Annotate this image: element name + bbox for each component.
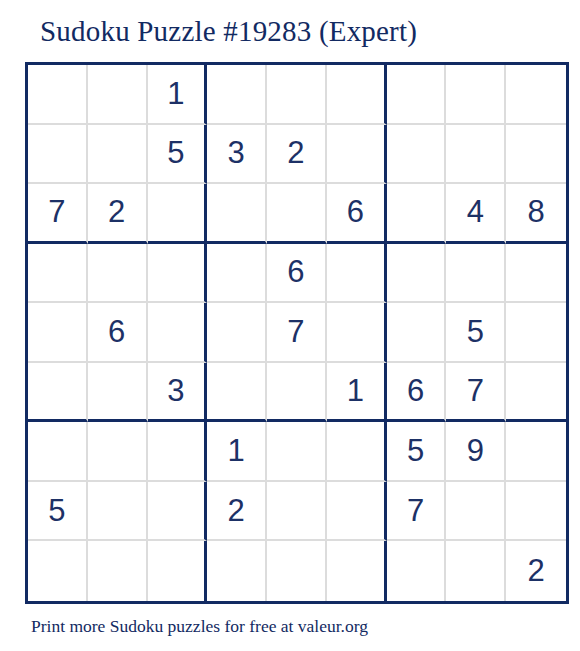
sudoku-cell-r3c8: 4	[446, 184, 506, 244]
sudoku-cell-r7c1	[28, 422, 88, 482]
sudoku-cell-r5c6	[327, 303, 387, 363]
sudoku-cell-r9c9: 2	[506, 541, 566, 601]
sudoku-cell-r7c2	[88, 422, 148, 482]
sudoku-cell-r6c5	[267, 363, 327, 423]
sudoku-cell-r6c2	[88, 363, 148, 423]
sudoku-cell-r8c4: 2	[207, 482, 267, 542]
sudoku-cell-r2c2	[88, 125, 148, 185]
sudoku-cell-r4c9	[506, 244, 566, 304]
sudoku-cell-r5c3	[148, 303, 208, 363]
sudoku-cell-r5c4	[207, 303, 267, 363]
sudoku-cell-r5c1	[28, 303, 88, 363]
sudoku-cell-r2c1	[28, 125, 88, 185]
sudoku-cell-r7c8: 9	[446, 422, 506, 482]
sudoku-cell-r9c1	[28, 541, 88, 601]
page-title: Sudoku Puzzle #19283 (Expert)	[40, 15, 417, 48]
sudoku-cell-r9c8	[446, 541, 506, 601]
sudoku-cell-r6c8: 7	[446, 363, 506, 423]
sudoku-cell-r8c3	[148, 482, 208, 542]
sudoku-cell-r6c7: 6	[387, 363, 447, 423]
sudoku-cell-r5c8: 5	[446, 303, 506, 363]
sudoku-cell-r9c2	[88, 541, 148, 601]
sudoku-cell-r2c5: 2	[267, 125, 327, 185]
sudoku-cell-r8c8	[446, 482, 506, 542]
sudoku-cell-r6c9	[506, 363, 566, 423]
sudoku-cell-r7c4: 1	[207, 422, 267, 482]
sudoku-cell-r3c1: 7	[28, 184, 88, 244]
sudoku-cell-r4c5: 6	[267, 244, 327, 304]
sudoku-cell-r4c3	[148, 244, 208, 304]
sudoku-cell-r4c7	[387, 244, 447, 304]
sudoku-cell-r9c5	[267, 541, 327, 601]
sudoku-cell-r5c2: 6	[88, 303, 148, 363]
sudoku-cell-r9c3	[148, 541, 208, 601]
sudoku-cell-r6c3: 3	[148, 363, 208, 423]
sudoku-cell-r7c7: 5	[387, 422, 447, 482]
sudoku-cell-r1c2	[88, 65, 148, 125]
sudoku-cell-r8c2	[88, 482, 148, 542]
sudoku-cell-r1c3: 1	[148, 65, 208, 125]
sudoku-cell-r9c4	[207, 541, 267, 601]
sudoku-cell-r8c5	[267, 482, 327, 542]
sudoku-cell-r7c3	[148, 422, 208, 482]
sudoku-cell-r1c8	[446, 65, 506, 125]
sudoku-cell-r8c1: 5	[28, 482, 88, 542]
sudoku-cell-r7c5	[267, 422, 327, 482]
sudoku-cell-r2c4: 3	[207, 125, 267, 185]
sudoku-cell-r8c7: 7	[387, 482, 447, 542]
sudoku-cell-r9c7	[387, 541, 447, 601]
sudoku-cell-r7c9	[506, 422, 566, 482]
sudoku-cell-r6c1	[28, 363, 88, 423]
sudoku-cell-r4c2	[88, 244, 148, 304]
sudoku-cell-r4c6	[327, 244, 387, 304]
sudoku-cell-r4c8	[446, 244, 506, 304]
sudoku-cell-r1c9	[506, 65, 566, 125]
sudoku-cell-r7c6	[327, 422, 387, 482]
sudoku-cell-r3c7	[387, 184, 447, 244]
sudoku-cell-r3c5	[267, 184, 327, 244]
sudoku-cell-r3c9: 8	[506, 184, 566, 244]
sudoku-cell-r9c6	[327, 541, 387, 601]
sudoku-cell-r3c4	[207, 184, 267, 244]
sudoku-cell-r1c5	[267, 65, 327, 125]
sudoku-cell-r2c7	[387, 125, 447, 185]
sudoku-cell-r1c6	[327, 65, 387, 125]
sudoku-cell-r1c1	[28, 65, 88, 125]
sudoku-cell-r4c1	[28, 244, 88, 304]
sudoku-cell-r2c3: 5	[148, 125, 208, 185]
sudoku-cell-r3c3	[148, 184, 208, 244]
sudoku-cell-r5c5: 7	[267, 303, 327, 363]
sudoku-cell-r8c6	[327, 482, 387, 542]
sudoku-cell-r1c4	[207, 65, 267, 125]
sudoku-cell-r2c8	[446, 125, 506, 185]
sudoku-cell-r5c9	[506, 303, 566, 363]
sudoku-cell-r4c4	[207, 244, 267, 304]
sudoku-cell-r2c6	[327, 125, 387, 185]
sudoku-grid: 153272648667531671595272	[25, 62, 569, 604]
sudoku-cell-r2c9	[506, 125, 566, 185]
sudoku-cell-r5c7	[387, 303, 447, 363]
sudoku-cell-r3c6: 6	[327, 184, 387, 244]
sudoku-cell-r8c9	[506, 482, 566, 542]
footer-text: Print more Sudoku puzzles for free at va…	[31, 616, 368, 637]
sudoku-cell-r6c6: 1	[327, 363, 387, 423]
sudoku-cell-r3c2: 2	[88, 184, 148, 244]
sudoku-cell-r1c7	[387, 65, 447, 125]
sudoku-cell-r6c4	[207, 363, 267, 423]
